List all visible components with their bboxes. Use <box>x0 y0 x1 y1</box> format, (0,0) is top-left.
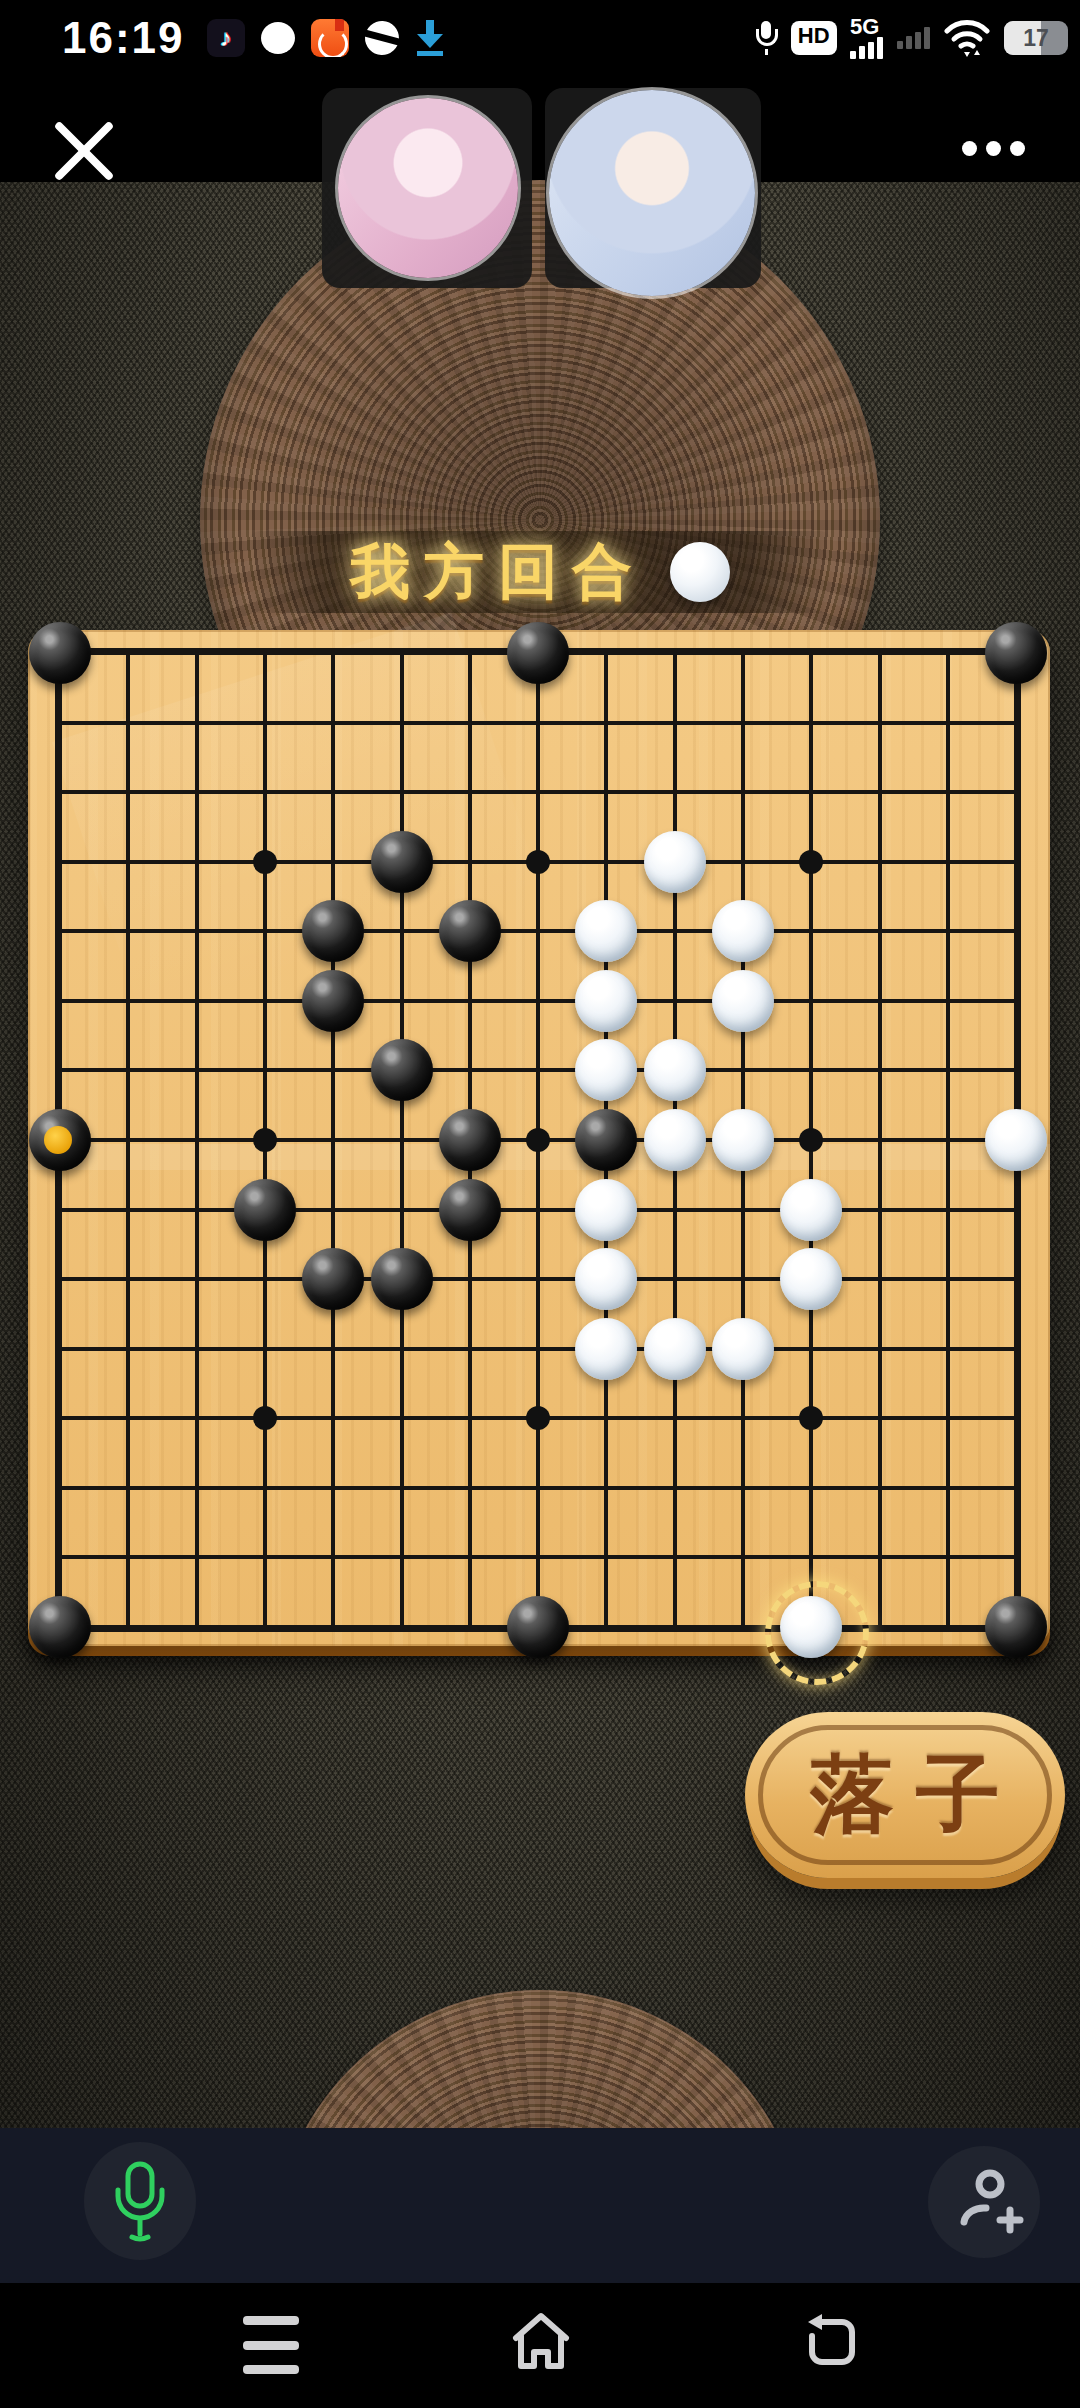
back-button[interactable] <box>800 2312 864 2374</box>
white-stone <box>575 970 637 1032</box>
turn-banner-text: 我方回合 <box>350 532 646 613</box>
black-stone <box>439 1109 501 1171</box>
voice-button[interactable] <box>84 2142 196 2260</box>
last-move-marker <box>44 1126 72 1154</box>
black-stone <box>985 622 1047 684</box>
black-stone <box>371 1248 433 1310</box>
black-stone <box>29 1596 91 1658</box>
black-stone <box>234 1179 296 1241</box>
hd-sub-label: 1 <box>827 35 836 55</box>
more-options-button[interactable] <box>962 128 1038 168</box>
player-2-avatar <box>549 90 755 296</box>
wifi-icon <box>944 19 990 57</box>
place-stone-button[interactable]: 落子 <box>745 1712 1065 1878</box>
signal-bars-icon <box>850 37 883 59</box>
system-status-icons: HD 1 5G 17 <box>755 0 1062 76</box>
star-point <box>253 1128 277 1152</box>
white-stone <box>780 1248 842 1310</box>
white-stone <box>575 1318 637 1380</box>
white-stone <box>712 1318 774 1380</box>
black-stone <box>575 1109 637 1171</box>
grid-line-h <box>60 1208 1016 1212</box>
pending-stone-ring <box>765 1581 869 1685</box>
battery-percent: 17 <box>1023 25 1049 52</box>
invite-player-button[interactable] <box>928 2146 1040 2258</box>
turn-banner: 我方回合 <box>248 531 832 613</box>
go-board[interactable] <box>28 630 1050 1646</box>
white-stone <box>644 1039 706 1101</box>
grid-line-h <box>60 1486 1016 1490</box>
microphone-icon <box>84 2142 196 2260</box>
black-stone <box>439 900 501 962</box>
white-stone <box>712 900 774 962</box>
recents-button[interactable] <box>243 2316 299 2374</box>
black-stone <box>371 1039 433 1101</box>
black-stone <box>302 1248 364 1310</box>
tiktok-icon: ♪ <box>207 19 245 57</box>
star-point <box>526 1128 550 1152</box>
black-stone <box>302 970 364 1032</box>
signal-bars-dim-icon <box>897 27 930 49</box>
black-stone <box>371 831 433 893</box>
turn-white-stone-icon <box>670 542 730 602</box>
white-stone <box>575 1179 637 1241</box>
back-icon <box>800 2312 864 2374</box>
white-stone <box>712 1109 774 1171</box>
grid-line-h <box>60 1555 1016 1559</box>
black-stone <box>302 900 364 962</box>
player-1-avatar <box>338 98 518 278</box>
person-add-icon <box>928 2146 1040 2258</box>
clock: 16:19 <box>62 13 185 63</box>
black-stone <box>29 622 91 684</box>
grid-line-h <box>60 1277 1016 1281</box>
black-stone <box>29 1109 91 1171</box>
star-point <box>799 850 823 874</box>
circle-slash-icon <box>360 16 404 60</box>
white-stone <box>644 1109 706 1171</box>
message-bubble-icon <box>261 22 295 54</box>
white-stone <box>780 1179 842 1241</box>
player-1-tile[interactable] <box>322 88 532 288</box>
star-point <box>253 850 277 874</box>
close-button[interactable] <box>48 114 120 186</box>
star-point <box>253 1406 277 1430</box>
white-stone <box>985 1109 1047 1171</box>
black-stone <box>439 1179 501 1241</box>
white-stone <box>644 831 706 893</box>
download-icon <box>415 20 445 56</box>
grid-line-h <box>60 1347 1016 1351</box>
game-area: 我方回合 落子 <box>0 182 1080 2128</box>
microphone-status-icon <box>755 21 777 55</box>
home-icon <box>508 2308 574 2378</box>
board-grid[interactable] <box>28 630 1050 1646</box>
grid-line-v <box>878 653 882 1627</box>
player-2-tile[interactable] <box>545 88 761 288</box>
network-type-label: 5G <box>850 17 879 37</box>
notification-icons: ♪ <box>207 19 445 57</box>
battery-indicator: 17 <box>1004 21 1068 55</box>
black-stone <box>507 622 569 684</box>
header-bar <box>0 76 1080 182</box>
white-stone <box>644 1318 706 1380</box>
place-stone-label: 落子 <box>788 1738 1022 1852</box>
home-button[interactable] <box>508 2308 574 2378</box>
star-point <box>526 850 550 874</box>
white-stone <box>712 970 774 1032</box>
cellular-signal: 5G <box>850 17 883 59</box>
grid-line-v <box>946 653 950 1627</box>
tomato-novel-icon <box>311 19 349 57</box>
black-stone <box>985 1596 1047 1658</box>
status-bar: 16:19 ♪ HD 1 5G <box>0 0 1080 76</box>
black-stone <box>507 1596 569 1658</box>
